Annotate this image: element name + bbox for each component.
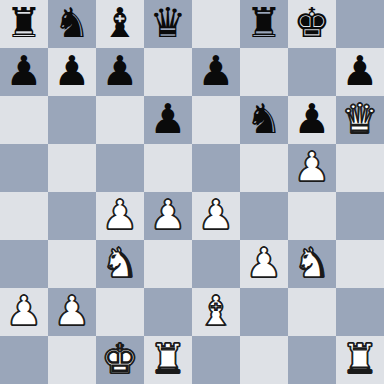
piece-black-pawn[interactable]: ♟ xyxy=(54,47,91,95)
square-e5[interactable] xyxy=(192,144,240,192)
piece-black-pawn[interactable]: ♟ xyxy=(6,47,43,95)
square-a6[interactable] xyxy=(0,96,48,144)
piece-black-knight[interactable]: ♞ xyxy=(54,0,91,47)
square-h4[interactable] xyxy=(336,192,384,240)
piece-white-rook[interactable]: ♜ xyxy=(342,335,379,383)
piece-white-pawn[interactable]: ♟ xyxy=(198,191,235,239)
square-b6[interactable] xyxy=(48,96,96,144)
piece-black-king[interactable]: ♚ xyxy=(294,0,331,47)
square-e8[interactable] xyxy=(192,0,240,48)
square-h5[interactable] xyxy=(336,144,384,192)
square-g3[interactable]: ♞ xyxy=(288,240,336,288)
square-f7[interactable] xyxy=(240,48,288,96)
piece-white-queen[interactable]: ♛ xyxy=(342,95,379,143)
piece-black-pawn[interactable]: ♟ xyxy=(150,95,187,143)
piece-black-pawn[interactable]: ♟ xyxy=(294,95,331,143)
chess-board: ♜♞♝♛♜♚♟♟♟♟♟♟♞♟♛♟♟♟♟♞♟♞♟♟♝♚♜♜ xyxy=(0,0,384,384)
square-b5[interactable] xyxy=(48,144,96,192)
square-e3[interactable] xyxy=(192,240,240,288)
piece-white-rook[interactable]: ♜ xyxy=(150,335,187,383)
piece-white-pawn[interactable]: ♟ xyxy=(150,191,187,239)
piece-white-bishop[interactable]: ♝ xyxy=(198,287,235,335)
piece-white-pawn[interactable]: ♟ xyxy=(6,287,43,335)
square-e1[interactable] xyxy=(192,336,240,384)
piece-black-rook[interactable]: ♜ xyxy=(6,0,43,47)
square-g5[interactable]: ♟ xyxy=(288,144,336,192)
square-d1[interactable]: ♜ xyxy=(144,336,192,384)
square-c1[interactable]: ♚ xyxy=(96,336,144,384)
square-a4[interactable] xyxy=(0,192,48,240)
square-a2[interactable]: ♟ xyxy=(0,288,48,336)
square-f5[interactable] xyxy=(240,144,288,192)
square-c4[interactable]: ♟ xyxy=(96,192,144,240)
square-e6[interactable] xyxy=(192,96,240,144)
square-g7[interactable] xyxy=(288,48,336,96)
square-a5[interactable] xyxy=(0,144,48,192)
square-c8[interactable]: ♝ xyxy=(96,0,144,48)
piece-black-bishop[interactable]: ♝ xyxy=(102,0,139,47)
square-h2[interactable] xyxy=(336,288,384,336)
square-e2[interactable]: ♝ xyxy=(192,288,240,336)
square-h8[interactable] xyxy=(336,0,384,48)
piece-black-queen[interactable]: ♛ xyxy=(150,0,187,47)
piece-black-pawn[interactable]: ♟ xyxy=(102,47,139,95)
square-b3[interactable] xyxy=(48,240,96,288)
square-c5[interactable] xyxy=(96,144,144,192)
square-d4[interactable]: ♟ xyxy=(144,192,192,240)
square-a1[interactable] xyxy=(0,336,48,384)
square-b7[interactable]: ♟ xyxy=(48,48,96,96)
square-g6[interactable]: ♟ xyxy=(288,96,336,144)
square-h7[interactable]: ♟ xyxy=(336,48,384,96)
piece-black-knight[interactable]: ♞ xyxy=(246,95,283,143)
square-b1[interactable] xyxy=(48,336,96,384)
square-a8[interactable]: ♜ xyxy=(0,0,48,48)
piece-black-pawn[interactable]: ♟ xyxy=(198,47,235,95)
square-d3[interactable] xyxy=(144,240,192,288)
square-b4[interactable] xyxy=(48,192,96,240)
piece-black-pawn[interactable]: ♟ xyxy=(342,47,379,95)
square-c2[interactable] xyxy=(96,288,144,336)
square-c7[interactable]: ♟ xyxy=(96,48,144,96)
square-d5[interactable] xyxy=(144,144,192,192)
piece-white-knight[interactable]: ♞ xyxy=(102,239,139,287)
piece-white-pawn[interactable]: ♟ xyxy=(54,287,91,335)
square-a7[interactable]: ♟ xyxy=(0,48,48,96)
square-b8[interactable]: ♞ xyxy=(48,0,96,48)
square-d6[interactable]: ♟ xyxy=(144,96,192,144)
square-d8[interactable]: ♛ xyxy=(144,0,192,48)
square-a3[interactable] xyxy=(0,240,48,288)
square-c6[interactable] xyxy=(96,96,144,144)
piece-white-king[interactable]: ♚ xyxy=(102,335,139,383)
square-e7[interactable]: ♟ xyxy=(192,48,240,96)
square-f2[interactable] xyxy=(240,288,288,336)
square-g4[interactable] xyxy=(288,192,336,240)
square-g1[interactable] xyxy=(288,336,336,384)
piece-white-pawn[interactable]: ♟ xyxy=(246,239,283,287)
square-d7[interactable] xyxy=(144,48,192,96)
square-f3[interactable]: ♟ xyxy=(240,240,288,288)
piece-white-pawn[interactable]: ♟ xyxy=(102,191,139,239)
piece-white-pawn[interactable]: ♟ xyxy=(294,143,331,191)
square-b2[interactable]: ♟ xyxy=(48,288,96,336)
square-f1[interactable] xyxy=(240,336,288,384)
square-c3[interactable]: ♞ xyxy=(96,240,144,288)
square-f6[interactable]: ♞ xyxy=(240,96,288,144)
square-h1[interactable]: ♜ xyxy=(336,336,384,384)
square-d2[interactable] xyxy=(144,288,192,336)
square-h6[interactable]: ♛ xyxy=(336,96,384,144)
piece-black-rook[interactable]: ♜ xyxy=(246,0,283,47)
square-f8[interactable]: ♜ xyxy=(240,0,288,48)
square-g8[interactable]: ♚ xyxy=(288,0,336,48)
square-h3[interactable] xyxy=(336,240,384,288)
square-f4[interactable] xyxy=(240,192,288,240)
square-e4[interactable]: ♟ xyxy=(192,192,240,240)
piece-white-knight[interactable]: ♞ xyxy=(294,239,331,287)
square-g2[interactable] xyxy=(288,288,336,336)
